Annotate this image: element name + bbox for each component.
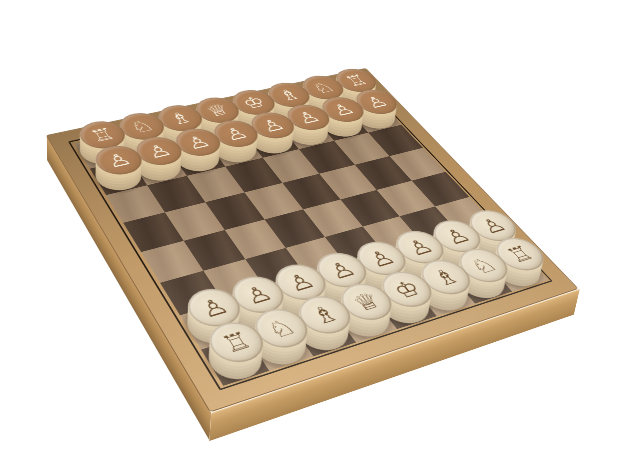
bishop-engraving: ♗ [274,86,304,103]
bishop-engraving: ♗ [428,265,464,290]
king-engraving: ♔ [389,277,426,302]
pawn-engraving: ♙ [364,246,400,270]
pawn-engraving: ♙ [182,133,213,152]
pawn-engraving: ♙ [257,116,288,134]
pawn-engraving: ♙ [240,282,277,308]
bishop-engraving: ♗ [306,301,343,328]
pawn-engraving: ♙ [328,101,358,119]
pawn-engraving: ♙ [440,225,475,248]
pawn-engraving: ♙ [402,235,437,258]
knight-engraving: ♘ [263,314,301,342]
knight-engraving: ♘ [308,79,338,96]
pawn-engraving: ♙ [196,294,233,321]
pawn-engraving: ♙ [220,124,251,143]
pawn-engraving: ♙ [103,150,135,170]
chess-board: ♖♘♗♔♕♗♘♖♙♙♙♙♙♙♙♙♙♙♙♙♙♙♙♙♖♘♗♔♕♗♘♖ [46,68,579,412]
pawn-engraving: ♙ [143,141,175,161]
rook-engraving: ♖ [342,72,371,88]
queen-engraving: ♕ [348,289,385,315]
rook-engraving: ♖ [87,125,118,144]
chess-set-photo: ♖♘♗♔♕♗♘♖♙♙♙♙♙♙♙♙♙♙♙♙♙♙♙♙♖♘♗♔♕♗♘♖ [0,0,630,472]
rook-engraving: ♖ [217,328,255,357]
king-engraving: ♔ [239,94,269,111]
pawn-engraving: ♙ [283,269,319,294]
queen-engraving: ♕ [203,101,233,119]
pawn-engraving: ♙ [362,93,392,110]
pawn-engraving: ♙ [324,258,360,283]
pawn-engraving: ♙ [293,108,324,126]
knight-engraving: ♘ [466,253,502,277]
bishop-engraving: ♗ [165,109,196,127]
rook-engraving: ♖ [502,242,538,265]
board-frame: ♖♘♗♔♕♗♘♖♙♙♙♙♙♙♙♙♙♙♙♙♙♙♙♙♖♘♗♔♕♗♘♖ [46,68,579,412]
knight-engraving: ♘ [127,117,158,136]
pawn-engraving: ♙ [476,215,511,237]
piece-white-rook[interactable]: ♖ [200,335,271,387]
